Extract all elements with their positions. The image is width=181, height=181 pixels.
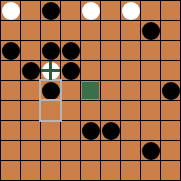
cell-r0-c8[interactable] bbox=[161, 1, 180, 20]
cell-r5-c3[interactable] bbox=[61, 101, 80, 120]
cell-r2-c7[interactable] bbox=[141, 41, 160, 60]
cross-marker-horizontal-icon bbox=[41, 69, 60, 72]
cell-r8-c1[interactable] bbox=[21, 161, 40, 180]
cell-r7-c2[interactable] bbox=[41, 141, 60, 160]
white-stone[interactable] bbox=[2, 2, 20, 20]
cell-r5-c2[interactable] bbox=[41, 101, 60, 120]
cell-r7-c8[interactable] bbox=[161, 141, 180, 160]
cell-r7-c0[interactable] bbox=[1, 141, 20, 160]
cell-r6-c7[interactable] bbox=[141, 121, 160, 140]
cell-r3-c5[interactable] bbox=[101, 61, 120, 80]
cell-r6-c0[interactable] bbox=[1, 121, 20, 140]
cell-r5-c5[interactable] bbox=[101, 101, 120, 120]
cell-r0-c4[interactable] bbox=[81, 1, 100, 20]
cell-r8-c6[interactable] bbox=[121, 161, 140, 180]
cell-r1-c2[interactable] bbox=[41, 21, 60, 40]
cell-r4-c5[interactable] bbox=[101, 81, 120, 100]
cell-r3-c0[interactable] bbox=[1, 61, 20, 80]
cell-r7-c6[interactable] bbox=[121, 141, 140, 160]
game-board bbox=[0, 0, 181, 181]
cell-r0-c0[interactable] bbox=[1, 1, 20, 20]
cell-r1-c6[interactable] bbox=[121, 21, 140, 40]
cell-r1-c3[interactable] bbox=[61, 21, 80, 40]
cell-r2-c1[interactable] bbox=[21, 41, 40, 60]
cell-r3-c3[interactable] bbox=[61, 61, 80, 80]
cell-r5-c0[interactable] bbox=[1, 101, 20, 120]
cell-r1-c0[interactable] bbox=[1, 21, 20, 40]
cell-r5-c6[interactable] bbox=[121, 101, 140, 120]
cell-r5-c1[interactable] bbox=[21, 101, 40, 120]
cell-r6-c1[interactable] bbox=[21, 121, 40, 140]
cell-r6-c2[interactable] bbox=[41, 121, 60, 140]
cell-r8-c4[interactable] bbox=[81, 161, 100, 180]
cell-r6-c4[interactable] bbox=[81, 121, 100, 140]
cell-r3-c1[interactable] bbox=[21, 61, 40, 80]
cell-r4-c3[interactable] bbox=[61, 81, 80, 100]
cell-r6-c5[interactable] bbox=[101, 121, 120, 140]
black-stone[interactable] bbox=[142, 22, 160, 40]
cell-r3-c6[interactable] bbox=[121, 61, 140, 80]
cell-r3-c8[interactable] bbox=[161, 61, 180, 80]
cell-r8-c3[interactable] bbox=[61, 161, 80, 180]
cell-r0-c7[interactable] bbox=[141, 1, 160, 20]
cell-r1-c5[interactable] bbox=[101, 21, 120, 40]
white-stone[interactable] bbox=[122, 2, 140, 20]
black-stone[interactable] bbox=[162, 82, 180, 100]
cell-r7-c3[interactable] bbox=[61, 141, 80, 160]
cell-r1-c1[interactable] bbox=[21, 21, 40, 40]
white-stone[interactable] bbox=[82, 2, 100, 20]
green-goal-square[interactable] bbox=[82, 82, 99, 99]
cell-r8-c8[interactable] bbox=[161, 161, 180, 180]
cell-r0-c2[interactable] bbox=[41, 1, 60, 20]
cell-r8-c2[interactable] bbox=[41, 161, 60, 180]
black-stone[interactable] bbox=[2, 42, 20, 60]
cell-r0-c5[interactable] bbox=[101, 1, 120, 20]
cell-r7-c5[interactable] bbox=[101, 141, 120, 160]
cell-r0-c3[interactable] bbox=[61, 1, 80, 20]
cell-r8-c7[interactable] bbox=[141, 161, 160, 180]
black-stone[interactable] bbox=[62, 62, 80, 80]
black-stone[interactable] bbox=[22, 62, 40, 80]
cell-r2-c8[interactable] bbox=[161, 41, 180, 60]
cell-r6-c3[interactable] bbox=[61, 121, 80, 140]
cell-r1-c4[interactable] bbox=[81, 21, 100, 40]
cell-r3-c4[interactable] bbox=[81, 61, 100, 80]
cell-r2-c3[interactable] bbox=[61, 41, 80, 60]
cell-r4-c2[interactable] bbox=[41, 81, 60, 100]
cell-r1-c7[interactable] bbox=[141, 21, 160, 40]
cell-r2-c2[interactable] bbox=[41, 41, 60, 60]
cell-r5-c8[interactable] bbox=[161, 101, 180, 120]
black-stone[interactable] bbox=[42, 42, 60, 60]
cell-r3-c7[interactable] bbox=[141, 61, 160, 80]
cell-r2-c5[interactable] bbox=[101, 41, 120, 60]
cell-r2-c0[interactable] bbox=[1, 41, 20, 60]
cell-r7-c1[interactable] bbox=[21, 141, 40, 160]
black-stone[interactable] bbox=[62, 42, 80, 60]
black-stone[interactable] bbox=[102, 122, 120, 140]
cell-r5-c4[interactable] bbox=[81, 101, 100, 120]
cell-r5-c7[interactable] bbox=[141, 101, 160, 120]
cell-r0-c6[interactable] bbox=[121, 1, 140, 20]
cell-r4-c7[interactable] bbox=[141, 81, 160, 100]
black-stone[interactable] bbox=[142, 142, 160, 160]
cell-r4-c8[interactable] bbox=[161, 81, 180, 100]
cell-r1-c8[interactable] bbox=[161, 21, 180, 40]
cell-r4-c1[interactable] bbox=[21, 81, 40, 100]
cell-r8-c0[interactable] bbox=[1, 161, 20, 180]
cell-r4-c4[interactable] bbox=[81, 81, 100, 100]
black-stone[interactable] bbox=[42, 82, 60, 100]
cell-r6-c8[interactable] bbox=[161, 121, 180, 140]
cell-r4-c0[interactable] bbox=[1, 81, 20, 100]
cell-r8-c5[interactable] bbox=[101, 161, 120, 180]
cell-r0-c1[interactable] bbox=[21, 1, 40, 20]
cell-r2-c4[interactable] bbox=[81, 41, 100, 60]
black-stone[interactable] bbox=[82, 122, 100, 140]
cell-r6-c6[interactable] bbox=[121, 121, 140, 140]
cell-r7-c4[interactable] bbox=[81, 141, 100, 160]
black-stone[interactable] bbox=[42, 2, 60, 20]
cell-r7-c7[interactable] bbox=[141, 141, 160, 160]
cell-r3-c2[interactable] bbox=[41, 61, 60, 80]
cell-r2-c6[interactable] bbox=[121, 41, 140, 60]
cell-r4-c6[interactable] bbox=[121, 81, 140, 100]
